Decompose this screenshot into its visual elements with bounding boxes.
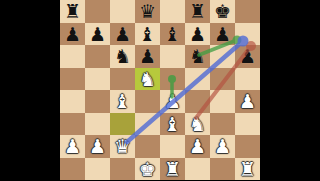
square-a4[interactable] xyxy=(60,90,85,113)
square-g7[interactable]: ♟ xyxy=(210,23,235,46)
piece-black-rook-a8[interactable]: ♜ xyxy=(60,0,85,23)
letterbox-right xyxy=(260,0,320,180)
square-b3[interactable] xyxy=(85,113,110,136)
square-e7[interactable]: ♝ xyxy=(160,23,185,46)
square-h8[interactable] xyxy=(235,0,260,23)
piece-black-pawn-g7[interactable]: ♟ xyxy=(210,23,235,46)
square-f3[interactable]: ♞ xyxy=(185,113,210,136)
piece-white-pawn-a2[interactable]: ♟ xyxy=(60,135,85,158)
piece-black-queen-d8[interactable]: ♛ xyxy=(135,0,160,23)
video-frame: ♜♛♜♚♟♟♟♝♝♟♟♞♟♞♟♞♝♟♟♝♞♟♟♛♟♟♚♜♜ xyxy=(0,0,320,180)
piece-white-bishop-c4[interactable]: ♝ xyxy=(110,90,135,113)
square-a7[interactable]: ♟ xyxy=(60,23,85,46)
square-g6[interactable] xyxy=(210,45,235,68)
piece-white-rook-e1[interactable]: ♜ xyxy=(160,158,185,181)
square-g5[interactable] xyxy=(210,68,235,91)
square-c6[interactable]: ♞ xyxy=(110,45,135,68)
square-a5[interactable] xyxy=(60,68,85,91)
square-f6[interactable]: ♞ xyxy=(185,45,210,68)
square-a1[interactable] xyxy=(60,158,85,181)
square-c2[interactable]: ♛ xyxy=(110,135,135,158)
square-h5[interactable] xyxy=(235,68,260,91)
square-a6[interactable] xyxy=(60,45,85,68)
square-g4[interactable] xyxy=(210,90,235,113)
square-h3[interactable] xyxy=(235,113,260,136)
square-d4[interactable] xyxy=(135,90,160,113)
square-b6[interactable] xyxy=(85,45,110,68)
piece-white-rook-h1[interactable]: ♜ xyxy=(235,158,260,181)
square-c5[interactable] xyxy=(110,68,135,91)
square-c3[interactable] xyxy=(110,113,135,136)
piece-black-bishop-d7[interactable]: ♝ xyxy=(135,23,160,46)
square-f8[interactable]: ♜ xyxy=(185,0,210,23)
square-d7[interactable]: ♝ xyxy=(135,23,160,46)
square-e2[interactable] xyxy=(160,135,185,158)
piece-white-knight-d5[interactable]: ♞ xyxy=(135,68,160,91)
piece-black-pawn-b7[interactable]: ♟ xyxy=(85,23,110,46)
piece-white-pawn-g2[interactable]: ♟ xyxy=(210,135,235,158)
square-a3[interactable] xyxy=(60,113,85,136)
piece-white-pawn-b2[interactable]: ♟ xyxy=(85,135,110,158)
piece-black-pawn-f7[interactable]: ♟ xyxy=(185,23,210,46)
square-h1[interactable]: ♜ xyxy=(235,158,260,181)
square-f5[interactable] xyxy=(185,68,210,91)
square-d8[interactable]: ♛ xyxy=(135,0,160,23)
square-h7[interactable] xyxy=(235,23,260,46)
square-f1[interactable] xyxy=(185,158,210,181)
piece-black-knight-f6[interactable]: ♞ xyxy=(185,45,210,68)
square-c4[interactable]: ♝ xyxy=(110,90,135,113)
square-h6[interactable]: ♟ xyxy=(235,45,260,68)
square-c7[interactable]: ♟ xyxy=(110,23,135,46)
square-b7[interactable]: ♟ xyxy=(85,23,110,46)
square-d3[interactable] xyxy=(135,113,160,136)
square-e4[interactable]: ♟ xyxy=(160,90,185,113)
square-e6[interactable] xyxy=(160,45,185,68)
chess-board: ♜♛♜♚♟♟♟♝♝♟♟♞♟♞♟♞♝♟♟♝♞♟♟♛♟♟♚♜♜ xyxy=(60,0,260,180)
square-f7[interactable]: ♟ xyxy=(185,23,210,46)
square-d5[interactable]: ♞ xyxy=(135,68,160,91)
square-b1[interactable] xyxy=(85,158,110,181)
square-b5[interactable] xyxy=(85,68,110,91)
square-e8[interactable] xyxy=(160,0,185,23)
square-b4[interactable] xyxy=(85,90,110,113)
square-g1[interactable] xyxy=(210,158,235,181)
square-d6[interactable]: ♟ xyxy=(135,45,160,68)
square-h4[interactable]: ♟ xyxy=(235,90,260,113)
piece-white-queen-c2[interactable]: ♛ xyxy=(110,135,135,158)
piece-black-pawn-c7[interactable]: ♟ xyxy=(110,23,135,46)
piece-white-bishop-e3[interactable]: ♝ xyxy=(160,113,185,136)
square-b8[interactable] xyxy=(85,0,110,23)
square-c8[interactable] xyxy=(110,0,135,23)
square-d1[interactable]: ♚ xyxy=(135,158,160,181)
square-f4[interactable] xyxy=(185,90,210,113)
square-d2[interactable] xyxy=(135,135,160,158)
square-e5[interactable] xyxy=(160,68,185,91)
square-h2[interactable] xyxy=(235,135,260,158)
piece-black-pawn-a7[interactable]: ♟ xyxy=(60,23,85,46)
piece-white-king-d1[interactable]: ♚ xyxy=(135,158,160,181)
square-g3[interactable] xyxy=(210,113,235,136)
square-a8[interactable]: ♜ xyxy=(60,0,85,23)
square-a2[interactable]: ♟ xyxy=(60,135,85,158)
letterbox-left xyxy=(0,0,60,180)
square-g8[interactable]: ♚ xyxy=(210,0,235,23)
piece-white-pawn-h4[interactable]: ♟ xyxy=(235,90,260,113)
square-g2[interactable]: ♟ xyxy=(210,135,235,158)
piece-white-knight-f3[interactable]: ♞ xyxy=(185,113,210,136)
piece-black-pawn-d6[interactable]: ♟ xyxy=(135,45,160,68)
piece-black-pawn-h6[interactable]: ♟ xyxy=(235,45,260,68)
piece-black-bishop-e7[interactable]: ♝ xyxy=(160,23,185,46)
piece-white-pawn-f2[interactable]: ♟ xyxy=(185,135,210,158)
square-c1[interactable] xyxy=(110,158,135,181)
square-f2[interactable]: ♟ xyxy=(185,135,210,158)
square-b2[interactable]: ♟ xyxy=(85,135,110,158)
piece-black-king-g8[interactable]: ♚ xyxy=(210,0,235,23)
piece-white-pawn-e4[interactable]: ♟ xyxy=(160,90,185,113)
piece-black-knight-c6[interactable]: ♞ xyxy=(110,45,135,68)
piece-black-rook-f8[interactable]: ♜ xyxy=(185,0,210,23)
square-e1[interactable]: ♜ xyxy=(160,158,185,181)
square-e3[interactable]: ♝ xyxy=(160,113,185,136)
